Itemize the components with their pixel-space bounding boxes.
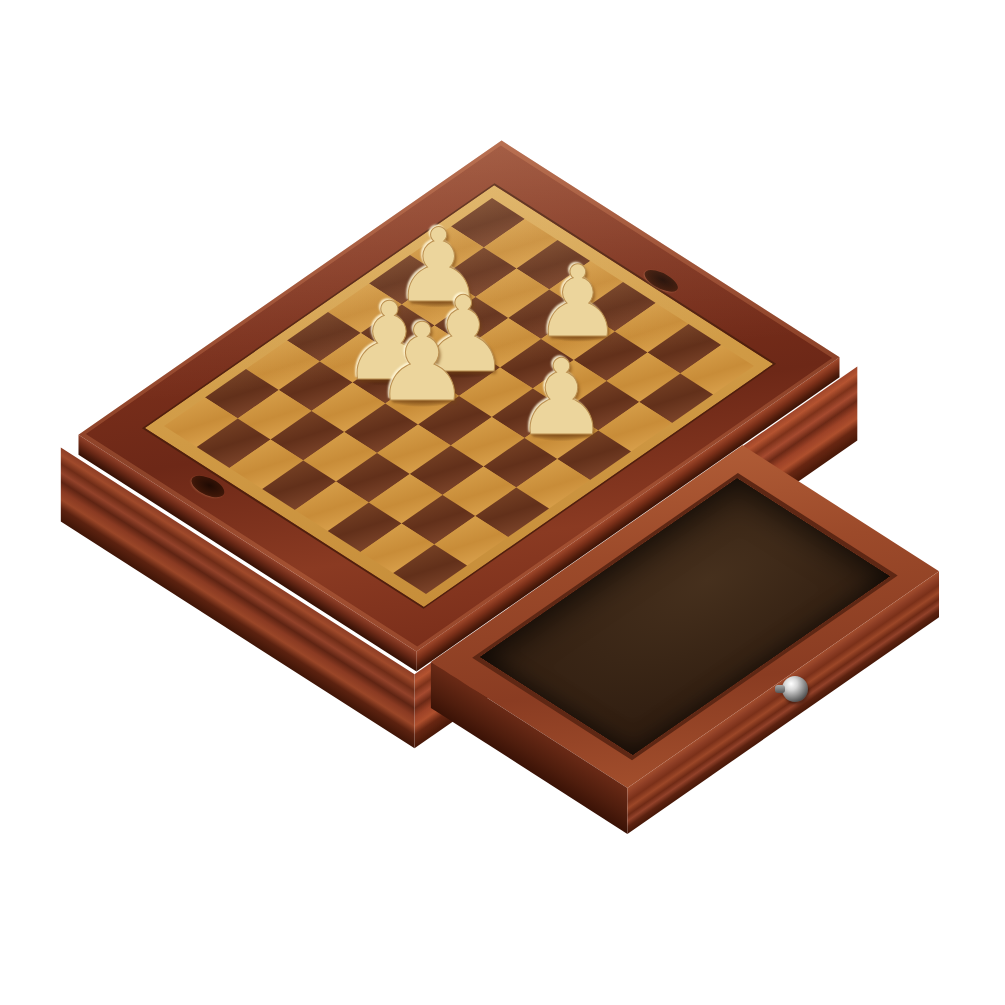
chess-box-product-photo: ♟♟♟♟♟♟	[0, 0, 1005, 1005]
drawer-knob[interactable]	[782, 676, 808, 702]
